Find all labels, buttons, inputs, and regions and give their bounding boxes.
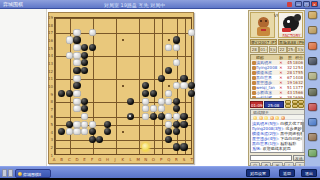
coord-label-left: 17 — [48, 30, 53, 35]
black-stone — [89, 44, 96, 51]
user-avatar-icon — [252, 66, 256, 70]
coord-label-bottom: D — [73, 157, 80, 162]
white-stone — [73, 105, 80, 112]
black-stone — [66, 121, 73, 128]
leaf-icon[interactable] — [308, 149, 317, 157]
coord-label-bottom: P — [158, 157, 165, 162]
emoticon-icon[interactable] — [281, 116, 285, 120]
gift-icon[interactable] — [308, 103, 317, 111]
go-board[interactable]: ABCDEFGHJKLMNOPQRST191817161514131211109… — [48, 12, 194, 164]
clock-row: 01:09 25:08 — [250, 100, 305, 108]
gold-mini-button[interactable] — [298, 104, 304, 108]
fire-icon[interactable] — [308, 42, 317, 50]
spectator-list[interactable]: 昵称标胜积分清风明月✕451806flying2008✕321254棋道无涯✕2… — [250, 54, 305, 99]
coord-label-left: 2 — [48, 145, 53, 150]
black-stone — [158, 75, 165, 82]
coord-label-bottom: S — [181, 157, 188, 162]
window-title: 弈城围棋 — [3, 1, 23, 7]
taskbar-task[interactable]: 弈城围棋Ⅱ — [15, 169, 51, 178]
user-avatar-icon — [252, 91, 256, 95]
emoticon-icon[interactable] — [264, 116, 268, 120]
settings-button[interactable]: 对局设置 — [246, 169, 270, 177]
coord-label-left: 14 — [48, 53, 53, 58]
black-stone — [173, 98, 180, 105]
stat-cell: 3次 — [296, 46, 305, 53]
coord-label-bottom: R — [173, 157, 180, 162]
chat-line: 系统: 欢迎观战本对局 — [252, 146, 302, 151]
taskbar-button-2[interactable] — [8, 169, 13, 177]
black-stone — [173, 121, 180, 128]
send-button[interactable]: 发送 — [293, 155, 305, 161]
rank-icon[interactable] — [308, 26, 317, 34]
white-stone — [89, 29, 96, 36]
coord-label-bottom: Q — [165, 157, 172, 162]
stat-cell: 22手 — [278, 46, 287, 53]
emoticon-icon[interactable] — [259, 116, 263, 120]
black-stone — [180, 113, 187, 120]
gold-mini-button[interactable] — [292, 104, 298, 108]
white-stone — [81, 121, 88, 128]
stat-cell: 01:09 — [259, 46, 268, 53]
chat-scrollbar[interactable] — [302, 120, 305, 153]
coord-label-bottom: B — [58, 157, 65, 162]
stat-cell: 25:08 — [287, 46, 296, 53]
shop-icon[interactable] — [308, 133, 317, 141]
white-clock: 25:08 — [264, 101, 284, 108]
gold-mini-button[interactable] — [298, 100, 304, 104]
white-stone — [73, 121, 80, 128]
white-stone — [66, 36, 73, 43]
gold-mini-button[interactable] — [285, 104, 291, 108]
coord-label-bottom: J — [112, 157, 119, 162]
black-stone — [104, 121, 111, 128]
camera-icon[interactable] — [308, 57, 317, 65]
coord-label-left: 5 — [48, 122, 53, 127]
black-player-name[interactable]: 梦幻2007 (P7段) — [250, 39, 277, 45]
coord-label-left: 19 — [48, 15, 53, 20]
black-stone — [158, 113, 165, 120]
white-stone — [66, 52, 73, 59]
title-bar: 弈城围棋 对局室 19路盘 互先 对局中 — □ × — [0, 0, 320, 9]
chat-message-text: 欢迎观战本对局 — [263, 146, 291, 151]
white-stone — [89, 121, 96, 128]
window-content: ABCDEFGHJKLMNOPQRST191817161514131211109… — [0, 9, 320, 166]
star-point — [122, 85, 124, 87]
coord-label-left: 7 — [48, 107, 53, 112]
maximize-button[interactable]: □ — [303, 1, 310, 7]
black-stone — [81, 52, 88, 59]
stat-cell: 28手 — [250, 46, 259, 53]
user-wins: 38 — [284, 95, 292, 99]
coord-label-left: 3 — [48, 137, 53, 142]
coord-label-left: 15 — [48, 46, 53, 51]
coord-label-bottom: N — [142, 157, 149, 162]
black-stone — [73, 36, 80, 43]
white-stone — [188, 29, 195, 36]
coord-label-left: 9 — [48, 92, 53, 97]
white-stone — [165, 121, 172, 128]
coord-label-left: 10 — [48, 84, 53, 89]
coord-label-left: 4 — [48, 130, 53, 135]
black-stone — [73, 82, 80, 89]
black-stone — [127, 98, 134, 105]
white-stone — [73, 128, 80, 135]
white-stone — [73, 98, 80, 105]
coord-label-left: 13 — [48, 61, 53, 66]
flower-icon[interactable] — [287, 2, 292, 7]
black-stone — [66, 90, 73, 97]
coord-label-bottom: L — [127, 157, 134, 162]
panel-gold-buttons — [285, 100, 305, 108]
white-player-avatar[interactable]: FACTORY — [278, 12, 303, 38]
coord-label-bottom: E — [81, 157, 88, 162]
coord-label-bottom: G — [96, 157, 103, 162]
user-avatar-icon — [252, 71, 256, 75]
star-point — [122, 39, 124, 41]
tool-icon[interactable] — [308, 88, 317, 96]
coord-label-bottom: M — [135, 157, 142, 162]
coord-label-bottom: H — [104, 157, 111, 162]
coord-label-left: 16 — [48, 38, 53, 43]
highlight-stone — [142, 143, 149, 150]
taskbar: 弈城围棋Ⅱ 对局设置 返回 退出 — [0, 166, 320, 178]
coord-label-left: 18 — [48, 23, 53, 28]
emoticon-icon[interactable] — [275, 116, 279, 120]
star-point — [168, 85, 170, 87]
gold-mini-button[interactable] — [285, 100, 291, 104]
chat-box: 观战聊天 清风明月(5段): 白棋大优了吧flying2008(3段): 这步是… — [250, 109, 305, 153]
coord-label-bottom: F — [89, 157, 96, 162]
white-stone — [73, 29, 80, 36]
coord-label-left: 8 — [48, 99, 53, 104]
gold-mini-button[interactable] — [292, 100, 298, 104]
black-player-avatar[interactable] — [250, 12, 275, 38]
emoticon-icon[interactable] — [253, 116, 257, 120]
chat-input[interactable] — [250, 155, 292, 161]
white-player-name[interactable]: 黑旋风88 (P9段) — [278, 39, 305, 45]
back-button[interactable]: 返回 — [279, 169, 295, 177]
table-row[interactable]: 一剑封喉✕381699 — [251, 95, 304, 99]
chat-bubble-icon[interactable] — [308, 118, 317, 126]
black-stone — [188, 90, 195, 97]
user-avatar-icon — [252, 61, 256, 65]
black-stone — [81, 98, 88, 105]
coord-label-bottom: K — [119, 157, 126, 162]
coord-label-left: 11 — [48, 76, 53, 81]
chat-messages: 清风明月(5段): 白棋大优了吧flying2008(3段): 这步是妙手!棋道… — [252, 121, 302, 153]
black-clock: 01:09 — [250, 101, 263, 108]
white-stone — [73, 44, 80, 51]
star-point — [122, 131, 124, 133]
white-stone — [158, 98, 165, 105]
coord-label-bottom: C — [66, 157, 73, 162]
coord-label-bottom: T — [188, 157, 195, 162]
black-stone — [180, 75, 187, 82]
go-app-icon — [18, 172, 22, 176]
black-stone — [180, 121, 187, 128]
sidebar-icon-strip — [305, 9, 320, 166]
avatar-caption: FACTORY — [279, 33, 303, 38]
user-avatar-icon — [252, 81, 256, 85]
taskbar-button-1[interactable] — [2, 169, 7, 177]
star-point — [168, 39, 170, 41]
chat-user-name: 系统: — [252, 146, 263, 151]
stat-cell: 3次 — [269, 46, 278, 53]
black-stone — [89, 136, 96, 143]
white-stone — [73, 52, 80, 59]
white-stone — [165, 98, 172, 105]
exit-button[interactable]: 退出 — [301, 169, 317, 177]
coord-label-left: 1 — [48, 153, 53, 158]
taskbar-task-label: 弈城围棋Ⅱ — [23, 172, 41, 177]
black-stone — [180, 143, 187, 150]
coord-label-left: 12 — [48, 69, 53, 74]
black-stone — [73, 67, 80, 74]
window-subtitle: 对局室 19路盘 互先 对局中 — [104, 2, 165, 8]
black-stone — [173, 36, 180, 43]
user-avatar-icon — [252, 96, 256, 100]
user-score: 1699 — [292, 95, 304, 99]
board-icon[interactable] — [308, 72, 317, 80]
white-stone — [73, 90, 80, 97]
black-stone — [173, 143, 180, 150]
emoticon-icon[interactable] — [270, 116, 274, 120]
emoticon-row — [251, 115, 304, 120]
app-window: 弈城围棋 对局室 19路盘 互先 对局中 — □ × ABCDEFGHJKLMN… — [0, 0, 320, 180]
minimize-button[interactable]: — — [295, 1, 302, 7]
user-avatar-icon — [252, 86, 256, 90]
game-info-panel: VS FACTORY 梦幻2007 (P7段) 黑旋风88 (P9段) 28手0… — [248, 10, 305, 166]
screen-edge — [0, 178, 320, 180]
chat-input-row: 发送 — [250, 154, 305, 161]
coord-label-left: 6 — [48, 114, 53, 119]
white-stone — [73, 75, 80, 82]
user-name: 一剑封喉 — [256, 95, 278, 99]
coord-label-bottom: O — [150, 157, 157, 162]
match-stats: 28手01:093次22手25:083次 — [250, 46, 305, 53]
home-icon[interactable] — [308, 11, 317, 19]
user-avatar-icon — [252, 76, 256, 80]
last-move-marker — [129, 115, 131, 117]
black-stone — [188, 82, 195, 89]
black-stone — [150, 113, 157, 120]
close-button[interactable]: × — [311, 1, 318, 7]
left-empty-panel — [0, 9, 47, 166]
white-stone — [173, 113, 180, 120]
